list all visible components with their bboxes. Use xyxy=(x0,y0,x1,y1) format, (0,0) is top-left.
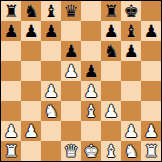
square-g1[interactable]: ♞ xyxy=(121,141,141,161)
square-e6[interactable] xyxy=(81,41,101,61)
square-h1[interactable]: ♜ xyxy=(141,141,161,161)
piece-white-pawn: ♟ xyxy=(103,101,118,121)
square-h2[interactable]: ♟ xyxy=(141,121,161,141)
square-g8[interactable]: ♚ xyxy=(121,1,141,21)
square-a6[interactable] xyxy=(1,41,21,61)
piece-black-knight: ♞ xyxy=(23,1,38,21)
piece-white-bishop: ♝ xyxy=(83,101,98,121)
piece-white-pawn: ♟ xyxy=(83,81,98,101)
square-d1[interactable]: ♛ xyxy=(61,141,81,161)
square-e2[interactable] xyxy=(81,121,101,141)
square-c4[interactable]: ♟ xyxy=(41,81,61,101)
piece-white-queen: ♛ xyxy=(63,141,78,161)
piece-white-pawn: ♟ xyxy=(43,81,58,101)
piece-white-bishop: ♝ xyxy=(103,141,118,161)
piece-black-bishop: ♝ xyxy=(43,1,58,21)
piece-black-pawn: ♟ xyxy=(123,41,138,61)
square-h4[interactable] xyxy=(141,81,161,101)
square-b4[interactable] xyxy=(21,81,41,101)
square-c3[interactable]: ♞ xyxy=(41,101,61,121)
square-g7[interactable]: ♝ xyxy=(121,21,141,41)
square-d7[interactable] xyxy=(61,21,81,41)
square-b5[interactable] xyxy=(21,61,41,81)
piece-black-rook: ♜ xyxy=(3,1,18,21)
piece-white-pawn: ♟ xyxy=(23,121,38,141)
chess-board: ♜♞♝♛♜♚♟♟♟♟♝♟♟♞♟♟♟♟♟♞♝♟♟♟♟♟♜♛♚♝♞♜ xyxy=(0,0,162,162)
piece-white-pawn: ♟ xyxy=(143,121,158,141)
square-a2[interactable]: ♟ xyxy=(1,121,21,141)
square-f8[interactable]: ♜ xyxy=(101,1,121,21)
square-c2[interactable] xyxy=(41,121,61,141)
square-e1[interactable]: ♚ xyxy=(81,141,101,161)
square-b2[interactable]: ♟ xyxy=(21,121,41,141)
square-a3[interactable] xyxy=(1,101,21,121)
square-f4[interactable] xyxy=(101,81,121,101)
square-d6[interactable]: ♟ xyxy=(61,41,81,61)
square-c7[interactable]: ♟ xyxy=(41,21,61,41)
square-g3[interactable] xyxy=(121,101,141,121)
square-e3[interactable]: ♝ xyxy=(81,101,101,121)
square-d4[interactable] xyxy=(61,81,81,101)
piece-black-pawn: ♟ xyxy=(43,21,58,41)
square-a5[interactable] xyxy=(1,61,21,81)
piece-black-pawn: ♟ xyxy=(3,21,18,41)
piece-white-king: ♚ xyxy=(83,141,98,161)
square-d2[interactable] xyxy=(61,121,81,141)
square-c1[interactable] xyxy=(41,141,61,161)
piece-white-knight: ♞ xyxy=(123,141,138,161)
square-c8[interactable]: ♝ xyxy=(41,1,61,21)
square-h7[interactable]: ♟ xyxy=(141,21,161,41)
square-f3[interactable]: ♟ xyxy=(101,101,121,121)
square-a4[interactable] xyxy=(1,81,21,101)
piece-black-bishop: ♝ xyxy=(123,21,138,41)
piece-black-pawn: ♟ xyxy=(103,21,118,41)
square-e8[interactable] xyxy=(81,1,101,21)
square-a8[interactable]: ♜ xyxy=(1,1,21,21)
square-f1[interactable]: ♝ xyxy=(101,141,121,161)
piece-black-pawn: ♟ xyxy=(83,61,98,81)
piece-black-pawn: ♟ xyxy=(143,21,158,41)
square-d5[interactable]: ♟ xyxy=(61,61,81,81)
square-g6[interactable]: ♟ xyxy=(121,41,141,61)
piece-black-rook: ♜ xyxy=(103,1,118,21)
square-h5[interactable] xyxy=(141,61,161,81)
piece-white-rook: ♜ xyxy=(3,141,18,161)
square-b6[interactable] xyxy=(21,41,41,61)
square-f6[interactable]: ♞ xyxy=(101,41,121,61)
piece-white-knight: ♞ xyxy=(43,101,58,121)
square-c6[interactable] xyxy=(41,41,61,61)
square-d3[interactable] xyxy=(61,101,81,121)
piece-black-pawn: ♟ xyxy=(23,21,38,41)
square-b7[interactable]: ♟ xyxy=(21,21,41,41)
square-d8[interactable]: ♛ xyxy=(61,1,81,21)
square-b3[interactable] xyxy=(21,101,41,121)
square-e4[interactable]: ♟ xyxy=(81,81,101,101)
square-h6[interactable] xyxy=(141,41,161,61)
square-b1[interactable] xyxy=(21,141,41,161)
piece-black-queen: ♛ xyxy=(63,1,78,21)
square-f7[interactable]: ♟ xyxy=(101,21,121,41)
piece-black-knight: ♞ xyxy=(103,41,118,61)
piece-white-pawn: ♟ xyxy=(123,121,138,141)
square-f5[interactable] xyxy=(101,61,121,81)
square-f2[interactable] xyxy=(101,121,121,141)
square-b8[interactable]: ♞ xyxy=(21,1,41,21)
piece-black-king: ♚ xyxy=(123,1,138,21)
square-h8[interactable] xyxy=(141,1,161,21)
square-a7[interactable]: ♟ xyxy=(1,21,21,41)
square-g4[interactable] xyxy=(121,81,141,101)
piece-white-pawn: ♟ xyxy=(3,121,18,141)
square-h3[interactable] xyxy=(141,101,161,121)
piece-white-rook: ♜ xyxy=(143,141,158,161)
square-c5[interactable] xyxy=(41,61,61,81)
square-g5[interactable] xyxy=(121,61,141,81)
square-e5[interactable]: ♟ xyxy=(81,61,101,81)
square-g2[interactable]: ♟ xyxy=(121,121,141,141)
piece-black-pawn: ♟ xyxy=(63,41,78,61)
piece-white-pawn: ♟ xyxy=(63,61,78,81)
square-a1[interactable]: ♜ xyxy=(1,141,21,161)
square-e7[interactable] xyxy=(81,21,101,41)
